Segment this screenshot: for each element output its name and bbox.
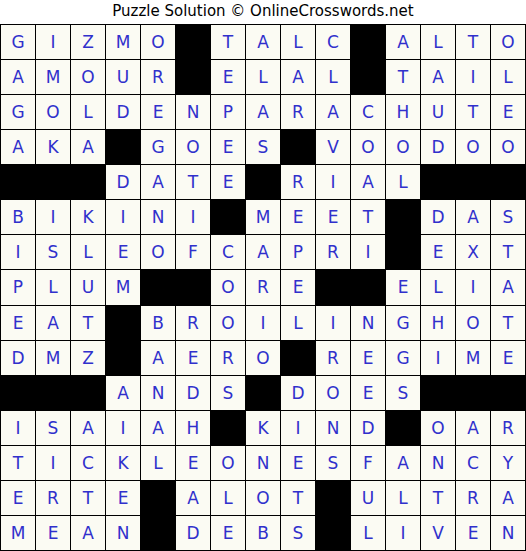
grid-cell-r10c10[interactable]: R bbox=[316, 341, 350, 375]
black-cell-r11c8 bbox=[246, 376, 280, 410]
cell-letter: H bbox=[187, 418, 200, 438]
black-cell-r7c12 bbox=[386, 235, 420, 269]
grid-cell-r15c11[interactable]: L bbox=[351, 516, 385, 550]
cell-letter: T bbox=[188, 172, 198, 192]
grid-cell-r13c4[interactable]: K bbox=[106, 446, 140, 480]
grid-cell-r9c5[interactable]: B bbox=[141, 306, 175, 340]
grid-cell-r14c14[interactable]: R bbox=[456, 481, 490, 515]
cell-letter: A bbox=[187, 488, 199, 508]
grid-cell-r15c3[interactable]: A bbox=[71, 516, 105, 550]
grid-cell-r9c2[interactable]: A bbox=[36, 306, 70, 340]
grid-cell-r12c10[interactable]: N bbox=[316, 411, 350, 445]
grid-cell-r6c10[interactable]: E bbox=[316, 200, 350, 234]
grid-cell-r13c14[interactable]: C bbox=[456, 446, 490, 480]
grid-cell-r15c12[interactable]: I bbox=[386, 516, 420, 550]
grid-cell-r13c8[interactable]: N bbox=[246, 446, 280, 480]
grid-cell-r14c11[interactable]: U bbox=[351, 481, 385, 515]
grid-cell-r8c13[interactable]: L bbox=[421, 270, 455, 304]
grid-cell-r3c8[interactable]: A bbox=[246, 95, 280, 129]
grid-cell-r8c8[interactable]: R bbox=[246, 270, 280, 304]
grid-cell-r5c7[interactable]: E bbox=[211, 165, 245, 199]
grid-cell-r4c11[interactable]: O bbox=[351, 130, 385, 164]
cell-letter: L bbox=[293, 313, 302, 333]
grid-cell-r8c15[interactable]: A bbox=[491, 270, 525, 304]
cell-letter: Z bbox=[82, 32, 94, 52]
grid-cell-r9c12[interactable]: G bbox=[386, 306, 420, 340]
cell-letter: O bbox=[151, 242, 164, 262]
grid-cell-r10c5[interactable]: A bbox=[141, 341, 175, 375]
grid-cell-r4c2[interactable]: K bbox=[36, 130, 70, 164]
cell-letter: R bbox=[222, 348, 234, 368]
grid-cell-r12c9[interactable]: I bbox=[281, 411, 315, 445]
grid-cell-r5c4[interactable]: D bbox=[106, 165, 140, 199]
grid-cell-r5c12[interactable]: L bbox=[386, 165, 420, 199]
grid-cell-r1c2[interactable]: I bbox=[36, 25, 70, 59]
grid-cell-r9c11[interactable]: N bbox=[351, 306, 385, 340]
grid-cell-r15c1[interactable]: M bbox=[1, 516, 35, 550]
grid-cell-r10c15[interactable]: E bbox=[491, 341, 525, 375]
grid-cell-r1c8[interactable]: A bbox=[246, 25, 280, 59]
cell-letter: T bbox=[363, 207, 373, 227]
grid-cell-r7c8[interactable]: A bbox=[246, 235, 280, 269]
grid-cell-r14c6[interactable]: A bbox=[176, 481, 210, 515]
cell-letter: E bbox=[13, 313, 24, 333]
cell-letter: G bbox=[396, 348, 409, 368]
cell-letter: A bbox=[502, 277, 514, 297]
grid-cell-r11c9[interactable]: D bbox=[281, 376, 315, 410]
cell-letter: O bbox=[46, 102, 59, 122]
grid-cell-r2c15[interactable]: L bbox=[491, 60, 525, 94]
cell-letter: O bbox=[81, 67, 94, 87]
cell-letter: G bbox=[11, 32, 24, 52]
grid-cell-r1c15[interactable]: O bbox=[491, 25, 525, 59]
cell-letter: L bbox=[503, 67, 512, 87]
grid-cell-r9c7[interactable]: O bbox=[211, 306, 245, 340]
black-cell-r8c5 bbox=[141, 270, 175, 304]
cell-letter: O bbox=[501, 32, 514, 52]
cell-letter: I bbox=[15, 242, 20, 262]
grid-cell-r1c1[interactable]: G bbox=[1, 25, 35, 59]
grid-cell-r7c5[interactable]: O bbox=[141, 235, 175, 269]
grid-cell-r11c6[interactable]: D bbox=[176, 376, 210, 410]
grid-cell-r2c2[interactable]: M bbox=[36, 60, 70, 94]
cell-letter: P bbox=[293, 242, 303, 262]
cell-letter: D bbox=[291, 383, 304, 403]
grid-cell-r13c11[interactable]: F bbox=[351, 446, 385, 480]
cell-letter: R bbox=[257, 277, 269, 297]
grid-cell-r15c4[interactable]: N bbox=[106, 516, 140, 550]
grid-cell-r7c10[interactable]: R bbox=[316, 235, 350, 269]
cell-letter: R bbox=[502, 418, 514, 438]
cell-letter: A bbox=[12, 67, 24, 87]
cell-letter: A bbox=[292, 67, 304, 87]
grid-cell-r8c14[interactable]: I bbox=[456, 270, 490, 304]
grid-cell-r3c11[interactable]: C bbox=[351, 95, 385, 129]
cell-letter: I bbox=[470, 277, 475, 297]
grid-cell-r14c4[interactable]: E bbox=[106, 481, 140, 515]
cell-letter: C bbox=[327, 32, 339, 52]
cell-letter: K bbox=[47, 137, 58, 157]
black-cell-r8c6 bbox=[176, 270, 210, 304]
grid-cell-r6c3[interactable]: K bbox=[71, 200, 105, 234]
cell-letter: O bbox=[501, 137, 514, 157]
grid-cell-r3c7[interactable]: P bbox=[211, 95, 245, 129]
cell-letter: E bbox=[363, 383, 374, 403]
grid-cell-r10c8[interactable]: O bbox=[246, 341, 280, 375]
cell-letter: D bbox=[431, 137, 444, 157]
grid-cell-r4c3[interactable]: A bbox=[71, 130, 105, 164]
grid-cell-r1c12[interactable]: A bbox=[386, 25, 420, 59]
black-cell-r11c3 bbox=[71, 376, 105, 410]
cell-letter: A bbox=[257, 102, 269, 122]
grid-cell-r13c13[interactable]: N bbox=[421, 446, 455, 480]
grid-cell-r3c14[interactable]: T bbox=[456, 95, 490, 129]
puzzle-solution-page: Puzzle Solution © OnlineCrosswords.net G… bbox=[0, 0, 526, 551]
grid-cell-r2c9[interactable]: A bbox=[281, 60, 315, 94]
grid-cell-r12c1[interactable]: I bbox=[1, 411, 35, 445]
cell-letter: E bbox=[223, 137, 234, 157]
cell-letter: V bbox=[327, 137, 339, 157]
grid-cell-r10c12[interactable]: G bbox=[386, 341, 420, 375]
grid-cell-r9c1[interactable]: E bbox=[1, 306, 35, 340]
grid-cell-r2c13[interactable]: A bbox=[421, 60, 455, 94]
cell-letter: O bbox=[466, 137, 479, 157]
grid-cell-r7c9[interactable]: P bbox=[281, 235, 315, 269]
grid-cell-r14c15[interactable]: A bbox=[491, 481, 525, 515]
grid-cell-r11c5[interactable]: N bbox=[141, 376, 175, 410]
grid-cell-r5c10[interactable]: I bbox=[316, 165, 350, 199]
grid-cell-r15c6[interactable]: D bbox=[176, 516, 210, 550]
grid-cell-r5c9[interactable]: R bbox=[281, 165, 315, 199]
black-cell-r2c6 bbox=[176, 60, 210, 94]
grid-cell-r4c15[interactable]: O bbox=[491, 130, 525, 164]
cell-letter: Z bbox=[82, 348, 94, 368]
grid-cell-r9c3[interactable]: T bbox=[71, 306, 105, 340]
grid-cell-r1c7[interactable]: T bbox=[211, 25, 245, 59]
grid-cell-r13c7[interactable]: O bbox=[211, 446, 245, 480]
cell-letter: D bbox=[116, 102, 129, 122]
grid-cell-r12c3[interactable]: A bbox=[71, 411, 105, 445]
cell-letter: N bbox=[432, 453, 445, 473]
grid-cell-r6c2[interactable]: I bbox=[36, 200, 70, 234]
grid-cell-r3c4[interactable]: D bbox=[106, 95, 140, 129]
cell-letter: A bbox=[47, 313, 59, 333]
cell-letter: A bbox=[12, 137, 24, 157]
cell-letter: N bbox=[187, 102, 200, 122]
grid-cell-r1c5[interactable]: O bbox=[141, 25, 175, 59]
grid-cell-r12c14[interactable]: A bbox=[456, 411, 490, 445]
grid-cell-r3c5[interactable]: E bbox=[141, 95, 175, 129]
grid-cell-r3c10[interactable]: A bbox=[316, 95, 350, 129]
cell-letter: M bbox=[116, 32, 131, 52]
grid-cell-r2c5[interactable]: R bbox=[141, 60, 175, 94]
grid-cell-r12c13[interactable]: O bbox=[421, 411, 455, 445]
grid-cell-r1c9[interactable]: L bbox=[281, 25, 315, 59]
grid-cell-r13c15[interactable]: Y bbox=[491, 446, 525, 480]
cell-letter: H bbox=[432, 313, 445, 333]
grid-cell-r6c4[interactable]: I bbox=[106, 200, 140, 234]
grid-cell-r5c6[interactable]: T bbox=[176, 165, 210, 199]
grid-cell-r13c3[interactable]: C bbox=[71, 446, 105, 480]
grid-cell-r12c8[interactable]: K bbox=[246, 411, 280, 445]
cell-letter: O bbox=[431, 418, 444, 438]
grid-cell-r15c8[interactable]: B bbox=[246, 516, 280, 550]
grid-cell-r1c14[interactable]: T bbox=[456, 25, 490, 59]
grid-cell-r11c12[interactable]: S bbox=[386, 376, 420, 410]
grid-cell-r13c1[interactable]: T bbox=[1, 446, 35, 480]
grid-cell-r10c14[interactable]: M bbox=[456, 341, 490, 375]
grid-cell-r3c1[interactable]: G bbox=[1, 95, 35, 129]
grid-cell-r15c9[interactable]: S bbox=[281, 516, 315, 550]
cell-letter: C bbox=[222, 242, 234, 262]
grid-cell-r3c3[interactable]: L bbox=[71, 95, 105, 129]
grid-cell-r3c9[interactable]: R bbox=[281, 95, 315, 129]
grid-cell-r2c1[interactable]: A bbox=[1, 60, 35, 94]
grid-cell-r1c3[interactable]: Z bbox=[71, 25, 105, 59]
cell-letter: T bbox=[433, 488, 443, 508]
grid-cell-r8c2[interactable]: L bbox=[36, 270, 70, 304]
grid-cell-r15c13[interactable]: V bbox=[421, 516, 455, 550]
grid-cell-r2c4[interactable]: U bbox=[106, 60, 140, 94]
cell-letter: O bbox=[326, 383, 339, 403]
cell-letter: E bbox=[293, 277, 304, 297]
grid-cell-r9c13[interactable]: H bbox=[421, 306, 455, 340]
cell-letter: K bbox=[257, 418, 268, 438]
grid-cell-r2c12[interactable]: T bbox=[386, 60, 420, 94]
grid-cell-r10c1[interactable]: D bbox=[1, 341, 35, 375]
grid-cell-r7c15[interactable]: T bbox=[491, 235, 525, 269]
cell-letter: S bbox=[48, 418, 59, 438]
grid-cell-r7c2[interactable]: S bbox=[36, 235, 70, 269]
grid-cell-r9c9[interactable]: L bbox=[281, 306, 315, 340]
grid-cell-r10c3[interactable]: Z bbox=[71, 341, 105, 375]
grid-cell-r6c1[interactable]: B bbox=[1, 200, 35, 234]
grid-cell-r14c13[interactable]: T bbox=[421, 481, 455, 515]
grid-cell-r9c14[interactable]: O bbox=[456, 306, 490, 340]
cell-letter: L bbox=[83, 102, 92, 122]
grid-cell-r3c15[interactable]: E bbox=[491, 95, 525, 129]
grid-cell-r14c2[interactable]: R bbox=[36, 481, 70, 515]
grid-cell-r14c9[interactable]: T bbox=[281, 481, 315, 515]
cell-letter: D bbox=[431, 207, 444, 227]
grid-cell-r4c13[interactable]: D bbox=[421, 130, 455, 164]
grid-cell-r5c5[interactable]: A bbox=[141, 165, 175, 199]
grid-cell-r7c4[interactable]: E bbox=[106, 235, 140, 269]
cell-letter: S bbox=[503, 207, 514, 227]
grid-cell-r1c4[interactable]: M bbox=[106, 25, 140, 59]
grid-cell-r8c3[interactable]: U bbox=[71, 270, 105, 304]
grid-cell-r7c7[interactable]: C bbox=[211, 235, 245, 269]
grid-cell-r8c4[interactable]: M bbox=[106, 270, 140, 304]
black-cell-r6c7 bbox=[211, 200, 245, 234]
cell-letter: I bbox=[15, 418, 20, 438]
grid-cell-r7c3[interactable]: L bbox=[71, 235, 105, 269]
grid-cell-r8c9[interactable]: E bbox=[281, 270, 315, 304]
grid-cell-r14c12[interactable]: L bbox=[386, 481, 420, 515]
black-cell-r5c3 bbox=[71, 165, 105, 199]
cell-letter: O bbox=[361, 137, 374, 157]
black-cell-r4c9 bbox=[281, 130, 315, 164]
cell-letter: E bbox=[363, 348, 374, 368]
cell-letter: Y bbox=[503, 453, 513, 473]
grid-cell-r4c1[interactable]: A bbox=[1, 130, 35, 164]
cell-letter: D bbox=[11, 348, 24, 368]
cell-letter: T bbox=[13, 453, 23, 473]
grid-cell-r2c3[interactable]: O bbox=[71, 60, 105, 94]
grid-cell-r13c6[interactable]: E bbox=[176, 446, 210, 480]
grid-cell-r9c15[interactable]: T bbox=[491, 306, 525, 340]
grid-cell-r11c11[interactable]: E bbox=[351, 376, 385, 410]
grid-cell-r3c2[interactable]: O bbox=[36, 95, 70, 129]
grid-cell-r13c2[interactable]: I bbox=[36, 446, 70, 480]
cell-letter: S bbox=[223, 383, 234, 403]
grid-cell-r12c5[interactable]: A bbox=[141, 411, 175, 445]
grid-cell-r13c9[interactable]: E bbox=[281, 446, 315, 480]
cell-letter: M bbox=[116, 277, 131, 297]
grid-cell-r13c10[interactable]: S bbox=[316, 446, 350, 480]
grid-cell-r1c13[interactable]: L bbox=[421, 25, 455, 59]
cell-letter: L bbox=[48, 277, 57, 297]
grid-cell-r8c12[interactable]: E bbox=[386, 270, 420, 304]
grid-cell-r6c5[interactable]: N bbox=[141, 200, 175, 234]
grid-cell-r13c5[interactable]: L bbox=[141, 446, 175, 480]
grid-cell-r4c14[interactable]: O bbox=[456, 130, 490, 164]
grid-cell-r8c7[interactable]: O bbox=[211, 270, 245, 304]
cell-letter: N bbox=[257, 453, 270, 473]
cell-letter: T bbox=[83, 488, 93, 508]
grid-cell-r12c6[interactable]: H bbox=[176, 411, 210, 445]
cell-letter: I bbox=[50, 453, 55, 473]
cell-letter: I bbox=[435, 348, 440, 368]
grid-cell-r10c13[interactable]: I bbox=[421, 341, 455, 375]
black-cell-r5c2 bbox=[36, 165, 70, 199]
grid-cell-r15c14[interactable]: E bbox=[456, 516, 490, 550]
grid-cell-r11c10[interactable]: O bbox=[316, 376, 350, 410]
cell-letter: R bbox=[327, 242, 339, 262]
cell-letter: G bbox=[11, 102, 24, 122]
grid-cell-r10c2[interactable]: M bbox=[36, 341, 70, 375]
grid-cell-r14c1[interactable]: E bbox=[1, 481, 35, 515]
cell-letter: R bbox=[327, 348, 339, 368]
cell-letter: L bbox=[398, 488, 407, 508]
cell-letter: A bbox=[152, 348, 164, 368]
grid-cell-r11c7[interactable]: S bbox=[211, 376, 245, 410]
cell-letter: T bbox=[503, 313, 513, 333]
grid-cell-r4c7[interactable]: E bbox=[211, 130, 245, 164]
grid-cell-r12c11[interactable]: D bbox=[351, 411, 385, 445]
grid-cell-r2c7[interactable]: E bbox=[211, 60, 245, 94]
black-cell-r11c13 bbox=[421, 376, 455, 410]
grid-cell-r1c10[interactable]: C bbox=[316, 25, 350, 59]
grid-cell-r6c6[interactable]: I bbox=[176, 200, 210, 234]
cell-letter: L bbox=[223, 488, 232, 508]
grid-cell-r13c12[interactable]: A bbox=[386, 446, 420, 480]
cell-letter: L bbox=[328, 67, 337, 87]
cell-letter: F bbox=[188, 242, 198, 262]
grid-cell-r15c15[interactable]: N bbox=[491, 516, 525, 550]
grid-cell-r6c13[interactable]: D bbox=[421, 200, 455, 234]
cell-letter: O bbox=[221, 277, 234, 297]
grid-cell-r6c14[interactable]: A bbox=[456, 200, 490, 234]
cell-letter: L bbox=[293, 32, 302, 52]
grid-cell-r14c8[interactable]: O bbox=[246, 481, 280, 515]
grid-cell-r7c1[interactable]: I bbox=[1, 235, 35, 269]
cell-letter: G bbox=[151, 137, 164, 157]
grid-cell-r6c8[interactable]: M bbox=[246, 200, 280, 234]
grid-cell-r2c10[interactable]: L bbox=[316, 60, 350, 94]
grid-cell-r6c9[interactable]: E bbox=[281, 200, 315, 234]
cell-letter: V bbox=[432, 523, 444, 543]
grid-cell-r7c6[interactable]: F bbox=[176, 235, 210, 269]
grid-cell-r9c6[interactable]: R bbox=[176, 306, 210, 340]
cell-letter: E bbox=[503, 102, 514, 122]
grid-cell-r10c6[interactable]: E bbox=[176, 341, 210, 375]
grid-cell-r15c2[interactable]: E bbox=[36, 516, 70, 550]
cell-letter: S bbox=[48, 242, 59, 262]
cell-letter: M bbox=[256, 207, 271, 227]
grid-cell-r12c15[interactable]: R bbox=[491, 411, 525, 445]
grid-cell-r4c12[interactable]: O bbox=[386, 130, 420, 164]
grid-cell-r9c10[interactable]: I bbox=[316, 306, 350, 340]
grid-cell-r3c13[interactable]: U bbox=[421, 95, 455, 129]
grid-cell-r7c14[interactable]: X bbox=[456, 235, 490, 269]
cell-letter: A bbox=[397, 453, 409, 473]
grid-cell-r15c7[interactable]: E bbox=[211, 516, 245, 550]
cell-letter: T bbox=[503, 242, 513, 262]
cell-letter: B bbox=[257, 523, 269, 543]
grid-cell-r7c11[interactable]: I bbox=[351, 235, 385, 269]
grid-cell-r10c7[interactable]: R bbox=[211, 341, 245, 375]
cell-letter: A bbox=[362, 172, 374, 192]
cell-letter: E bbox=[188, 453, 199, 473]
black-cell-r1c11 bbox=[351, 25, 385, 59]
cell-letter: S bbox=[328, 453, 339, 473]
grid-cell-r3c12[interactable]: H bbox=[386, 95, 420, 129]
grid-cell-r10c11[interactable]: E bbox=[351, 341, 385, 375]
black-cell-r12c12 bbox=[386, 411, 420, 445]
cell-letter: U bbox=[82, 277, 94, 297]
grid-cell-r5c11[interactable]: A bbox=[351, 165, 385, 199]
grid-cell-r2c14[interactable]: I bbox=[456, 60, 490, 94]
cell-letter: U bbox=[362, 488, 374, 508]
grid-cell-r4c6[interactable]: O bbox=[176, 130, 210, 164]
grid-cell-r4c10[interactable]: V bbox=[316, 130, 350, 164]
grid-cell-r7c13[interactable]: E bbox=[421, 235, 455, 269]
grid-cell-r14c3[interactable]: T bbox=[71, 481, 105, 515]
grid-cell-r14c7[interactable]: L bbox=[211, 481, 245, 515]
grid-cell-r6c15[interactable]: S bbox=[491, 200, 525, 234]
cell-letter: E bbox=[328, 207, 339, 227]
grid-cell-r9c8[interactable]: I bbox=[246, 306, 280, 340]
grid-cell-r3c6[interactable]: N bbox=[176, 95, 210, 129]
grid-cell-r12c2[interactable]: S bbox=[36, 411, 70, 445]
cell-letter: P bbox=[13, 277, 23, 297]
cell-letter: A bbox=[397, 32, 409, 52]
grid-cell-r4c8[interactable]: S bbox=[246, 130, 280, 164]
grid-cell-r4c5[interactable]: G bbox=[141, 130, 175, 164]
cell-letter: T bbox=[468, 102, 478, 122]
cell-letter: O bbox=[466, 313, 479, 333]
cell-letter: I bbox=[50, 207, 55, 227]
grid-cell-r6c11[interactable]: T bbox=[351, 200, 385, 234]
cell-letter: R bbox=[467, 488, 479, 508]
black-cell-r8c10 bbox=[316, 270, 350, 304]
black-cell-r11c14 bbox=[456, 376, 490, 410]
grid-cell-r11c4[interactable]: A bbox=[106, 376, 140, 410]
grid-cell-r12c4[interactable]: I bbox=[106, 411, 140, 445]
grid-cell-r2c8[interactable]: L bbox=[246, 60, 280, 94]
grid-cell-r8c1[interactable]: P bbox=[1, 270, 35, 304]
